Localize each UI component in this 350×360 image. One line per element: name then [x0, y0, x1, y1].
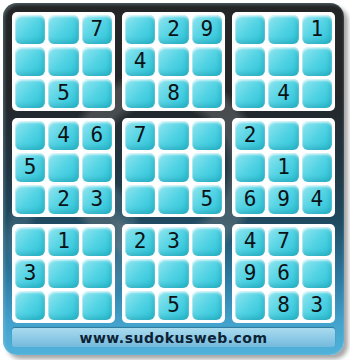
cell-r6c1[interactable]: [15, 185, 45, 214]
cell-r1c1[interactable]: [15, 15, 45, 44]
cell-r3c6[interactable]: [192, 79, 222, 108]
cell-r8c5[interactable]: [158, 259, 188, 288]
cell-r5c4[interactable]: [125, 153, 155, 182]
cell-r4c5[interactable]: [158, 121, 188, 150]
cell-r2c9[interactable]: [302, 47, 332, 76]
cell-r3c7[interactable]: [235, 79, 265, 108]
cell-r3c1[interactable]: [15, 79, 45, 108]
cell-r4c4[interactable]: 7: [125, 121, 155, 150]
cell-r5c9[interactable]: [302, 153, 332, 182]
cell-r4c7[interactable]: 2: [235, 121, 265, 150]
box-5: 75: [122, 118, 225, 217]
cell-r2c7[interactable]: [235, 47, 265, 76]
cell-r8c3[interactable]: [82, 259, 112, 288]
cell-r2c4[interactable]: 4: [125, 47, 155, 76]
cell-r9c6[interactable]: [192, 291, 222, 320]
cell-r7c4[interactable]: 2: [125, 227, 155, 256]
cell-r4c9[interactable]: [302, 121, 332, 150]
cell-r3c9[interactable]: [302, 79, 332, 108]
cell-r9c7[interactable]: [235, 291, 265, 320]
cell-r4c8[interactable]: [268, 121, 298, 150]
cell-r7c7[interactable]: 4: [235, 227, 265, 256]
cell-r7c8[interactable]: 7: [268, 227, 298, 256]
cell-r1c7[interactable]: [235, 15, 265, 44]
cell-r5c5[interactable]: [158, 153, 188, 182]
cell-r5c2[interactable]: [48, 153, 78, 182]
cell-r5c6[interactable]: [192, 153, 222, 182]
cell-r7c1[interactable]: [15, 227, 45, 256]
cell-r2c8[interactable]: [268, 47, 298, 76]
cell-r1c2[interactable]: [48, 15, 78, 44]
cell-r1c6[interactable]: 9: [192, 15, 222, 44]
cell-r3c4[interactable]: [125, 79, 155, 108]
cell-r8c1[interactable]: 3: [15, 259, 45, 288]
cell-r8c2[interactable]: [48, 259, 78, 288]
cell-r2c5[interactable]: [158, 47, 188, 76]
cell-r1c4[interactable]: [125, 15, 155, 44]
cell-r1c5[interactable]: 2: [158, 15, 188, 44]
cell-r8c9[interactable]: [302, 259, 332, 288]
cell-r2c3[interactable]: [82, 47, 112, 76]
cell-r8c4[interactable]: [125, 259, 155, 288]
cell-r4c6[interactable]: [192, 121, 222, 150]
cell-r2c1[interactable]: [15, 47, 45, 76]
box-9: 479683: [232, 224, 335, 323]
cell-r4c2[interactable]: 4: [48, 121, 78, 150]
cell-r6c7[interactable]: 6: [235, 185, 265, 214]
box-8: 235: [122, 224, 225, 323]
cell-r5c8[interactable]: 1: [268, 153, 298, 182]
cell-r7c6[interactable]: [192, 227, 222, 256]
cell-r9c9[interactable]: 3: [302, 291, 332, 320]
cell-r5c1[interactable]: 5: [15, 153, 45, 182]
cell-r6c6[interactable]: 5: [192, 185, 222, 214]
cell-r9c2[interactable]: [48, 291, 78, 320]
site-link[interactable]: www.sudokusweb.com: [79, 330, 267, 346]
box-3: 14: [232, 12, 335, 111]
cell-r6c4[interactable]: [125, 185, 155, 214]
cell-r1c8[interactable]: [268, 15, 298, 44]
box-7: 13: [12, 224, 115, 323]
cell-r7c3[interactable]: [82, 227, 112, 256]
board-frame: 7529481446523752169413235479683 www.sudo…: [3, 3, 344, 355]
cell-r9c3[interactable]: [82, 291, 112, 320]
cell-r6c5[interactable]: [158, 185, 188, 214]
cell-r9c1[interactable]: [15, 291, 45, 320]
box-1: 75: [12, 12, 115, 111]
cell-r5c3[interactable]: [82, 153, 112, 182]
cell-r8c6[interactable]: [192, 259, 222, 288]
cell-r9c5[interactable]: 5: [158, 291, 188, 320]
cell-r8c7[interactable]: 9: [235, 259, 265, 288]
sudoku-board: 7529481446523752169413235479683: [12, 12, 335, 323]
cell-r2c2[interactable]: [48, 47, 78, 76]
cell-r9c4[interactable]: [125, 291, 155, 320]
cell-r1c9[interactable]: 1: [302, 15, 332, 44]
cell-r2c6[interactable]: [192, 47, 222, 76]
cell-r7c5[interactable]: 3: [158, 227, 188, 256]
cell-r4c3[interactable]: 6: [82, 121, 112, 150]
box-6: 21694: [232, 118, 335, 217]
cell-r7c2[interactable]: 1: [48, 227, 78, 256]
box-2: 2948: [122, 12, 225, 111]
cell-r6c8[interactable]: 9: [268, 185, 298, 214]
cell-r3c2[interactable]: 5: [48, 79, 78, 108]
cell-r9c8[interactable]: 8: [268, 291, 298, 320]
footer-band: www.sudokusweb.com: [12, 328, 335, 347]
box-4: 46523: [12, 118, 115, 217]
cell-r3c3[interactable]: [82, 79, 112, 108]
cell-r3c5[interactable]: 8: [158, 79, 188, 108]
cell-r8c8[interactable]: 6: [268, 259, 298, 288]
cell-r4c1[interactable]: [15, 121, 45, 150]
cell-r6c9[interactable]: 4: [302, 185, 332, 214]
cell-r5c7[interactable]: [235, 153, 265, 182]
cell-r3c8[interactable]: 4: [268, 79, 298, 108]
cell-r6c2[interactable]: 2: [48, 185, 78, 214]
cell-r6c3[interactable]: 3: [82, 185, 112, 214]
cell-r1c3[interactable]: 7: [82, 15, 112, 44]
cell-r7c9[interactable]: [302, 227, 332, 256]
